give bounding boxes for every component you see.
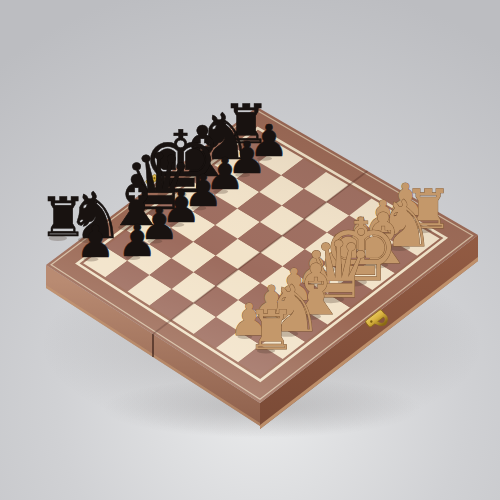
piece-black-pawn-a7: ♟	[76, 216, 115, 267]
piece-black-pawn-b7: ♟	[118, 215, 157, 266]
piece-white-rook-a1: ♜	[247, 299, 295, 362]
product-photo: ♜♟♞♟♝♟♚♟♛♟♟♝♜♟♜♞♟♞♟♟♟♝♟♚♟♛♟♝♟♞♟♜	[0, 0, 500, 500]
chess-set-scene: ♜♟♞♟♝♟♚♟♛♟♟♝♜♟♜♞♟♞♟♟♟♝♟♚♟♛♟♝♟♞♟♜	[0, 0, 500, 500]
